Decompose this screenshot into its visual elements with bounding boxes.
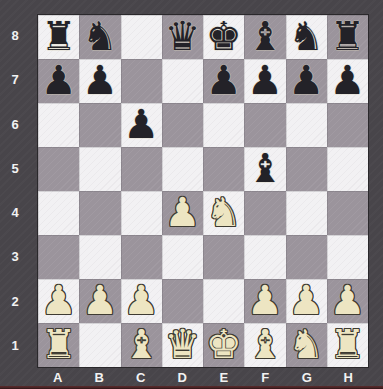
square-h4[interactable] (327, 191, 368, 235)
piece-black-knight[interactable]: ♞ (82, 16, 118, 56)
piece-black-pawn[interactable]: ♟ (247, 60, 283, 100)
file-label-e: E (203, 369, 245, 386)
square-h7[interactable]: ♟ (327, 59, 368, 103)
rank-label-6: 6 (2, 103, 28, 147)
chess-board-window: 87654321 ♜♞♛♚♝♞♜♟♟♟♟♟♟♟♝♟♞♟♟♟♟♟♟♜♝♛♚♝♞♜ … (0, 0, 383, 389)
square-g7[interactable]: ♟ (286, 59, 327, 103)
file-label-c: C (120, 369, 162, 386)
square-b4[interactable] (79, 191, 120, 235)
square-d3[interactable] (162, 235, 203, 279)
square-g1[interactable]: ♞ (286, 323, 327, 367)
piece-black-bishop[interactable]: ♝ (247, 148, 283, 188)
square-f2[interactable]: ♟ (244, 279, 285, 323)
piece-white-pawn[interactable]: ♟ (123, 280, 159, 320)
rank-label-8: 8 (2, 14, 28, 58)
square-h2[interactable]: ♟ (327, 279, 368, 323)
square-g2[interactable]: ♟ (286, 279, 327, 323)
square-a4[interactable] (38, 191, 79, 235)
square-e3[interactable] (203, 235, 244, 279)
square-g4[interactable] (286, 191, 327, 235)
piece-white-rook[interactable]: ♜ (329, 324, 365, 364)
square-h8[interactable]: ♜ (327, 15, 368, 59)
square-g5[interactable] (286, 147, 327, 191)
square-g6[interactable] (286, 103, 327, 147)
piece-white-pawn[interactable]: ♟ (247, 280, 283, 320)
square-d1[interactable]: ♛ (162, 323, 203, 367)
square-f5[interactable]: ♝ (244, 147, 285, 191)
square-g3[interactable] (286, 235, 327, 279)
file-label-f: F (245, 369, 287, 386)
square-f6[interactable] (244, 103, 285, 147)
square-c3[interactable] (121, 235, 162, 279)
square-e7[interactable]: ♟ (203, 59, 244, 103)
piece-black-knight[interactable]: ♞ (288, 16, 324, 56)
square-c7[interactable] (121, 59, 162, 103)
square-a2[interactable]: ♟ (38, 279, 79, 323)
square-e8[interactable]: ♚ (203, 15, 244, 59)
piece-black-pawn[interactable]: ♟ (329, 60, 365, 100)
piece-white-pawn[interactable]: ♟ (164, 192, 200, 232)
square-c8[interactable] (121, 15, 162, 59)
square-d8[interactable]: ♛ (162, 15, 203, 59)
file-label-b: B (79, 369, 121, 386)
square-e4[interactable]: ♞ (203, 191, 244, 235)
piece-white-knight[interactable]: ♞ (206, 192, 242, 232)
piece-black-queen[interactable]: ♛ (164, 16, 200, 56)
square-h3[interactable] (327, 235, 368, 279)
rank-label-5: 5 (2, 147, 28, 191)
square-e1[interactable]: ♚ (203, 323, 244, 367)
square-c5[interactable] (121, 147, 162, 191)
square-e6[interactable] (203, 103, 244, 147)
square-a5[interactable] (38, 147, 79, 191)
piece-white-knight[interactable]: ♞ (288, 324, 324, 364)
square-c2[interactable]: ♟ (121, 279, 162, 323)
file-label-g: G (286, 369, 328, 386)
piece-black-pawn[interactable]: ♟ (288, 60, 324, 100)
square-f3[interactable] (244, 235, 285, 279)
square-b5[interactable] (79, 147, 120, 191)
square-c1[interactable]: ♝ (121, 323, 162, 367)
chess-board[interactable]: ♜♞♛♚♝♞♜♟♟♟♟♟♟♟♝♟♞♟♟♟♟♟♟♜♝♛♚♝♞♜ (37, 14, 369, 368)
piece-white-bishop[interactable]: ♝ (123, 324, 159, 364)
file-label-a: A (37, 369, 79, 386)
square-g8[interactable]: ♞ (286, 15, 327, 59)
piece-black-king[interactable]: ♚ (206, 16, 242, 56)
square-h1[interactable]: ♜ (327, 323, 368, 367)
square-f1[interactable]: ♝ (244, 323, 285, 367)
rank-label-1: 1 (2, 324, 28, 368)
square-d5[interactable] (162, 147, 203, 191)
square-c6[interactable]: ♟ (121, 103, 162, 147)
rank-label-7: 7 (2, 58, 28, 102)
piece-black-bishop[interactable]: ♝ (247, 16, 283, 56)
square-c4[interactable] (121, 191, 162, 235)
square-h5[interactable] (327, 147, 368, 191)
rank-label-3: 3 (2, 235, 28, 279)
piece-black-rook[interactable]: ♜ (329, 16, 365, 56)
piece-white-pawn[interactable]: ♟ (288, 280, 324, 320)
square-a6[interactable] (38, 103, 79, 147)
piece-black-pawn[interactable]: ♟ (82, 60, 118, 100)
piece-white-king[interactable]: ♚ (206, 324, 242, 364)
square-f4[interactable] (244, 191, 285, 235)
square-e5[interactable] (203, 147, 244, 191)
piece-white-pawn[interactable]: ♟ (41, 280, 77, 320)
piece-white-pawn[interactable]: ♟ (329, 280, 365, 320)
file-label-d: D (162, 369, 204, 386)
rank-label-4: 4 (2, 191, 28, 235)
piece-black-pawn[interactable]: ♟ (206, 60, 242, 100)
rank-label-2: 2 (2, 280, 28, 324)
piece-white-queen[interactable]: ♛ (164, 324, 200, 364)
square-a8[interactable]: ♜ (38, 15, 79, 59)
square-h6[interactable] (327, 103, 368, 147)
piece-black-pawn[interactable]: ♟ (41, 60, 77, 100)
square-d6[interactable] (162, 103, 203, 147)
piece-black-rook[interactable]: ♜ (41, 16, 77, 56)
file-label-h: H (328, 369, 370, 386)
square-f8[interactable]: ♝ (244, 15, 285, 59)
square-d4[interactable]: ♟ (162, 191, 203, 235)
piece-white-rook[interactable]: ♜ (41, 324, 77, 364)
square-a7[interactable]: ♟ (38, 59, 79, 103)
piece-black-pawn[interactable]: ♟ (123, 104, 159, 144)
square-b1[interactable] (79, 323, 120, 367)
square-f7[interactable]: ♟ (244, 59, 285, 103)
square-b7[interactable]: ♟ (79, 59, 120, 103)
square-e2[interactable] (203, 279, 244, 323)
square-a3[interactable] (38, 235, 79, 279)
square-b6[interactable] (79, 103, 120, 147)
square-a1[interactable]: ♜ (38, 323, 79, 367)
square-d2[interactable] (162, 279, 203, 323)
piece-white-bishop[interactable]: ♝ (247, 324, 283, 364)
square-b8[interactable]: ♞ (79, 15, 120, 59)
square-d7[interactable] (162, 59, 203, 103)
square-b2[interactable]: ♟ (79, 279, 120, 323)
piece-white-pawn[interactable]: ♟ (82, 280, 118, 320)
square-b3[interactable] (79, 235, 120, 279)
